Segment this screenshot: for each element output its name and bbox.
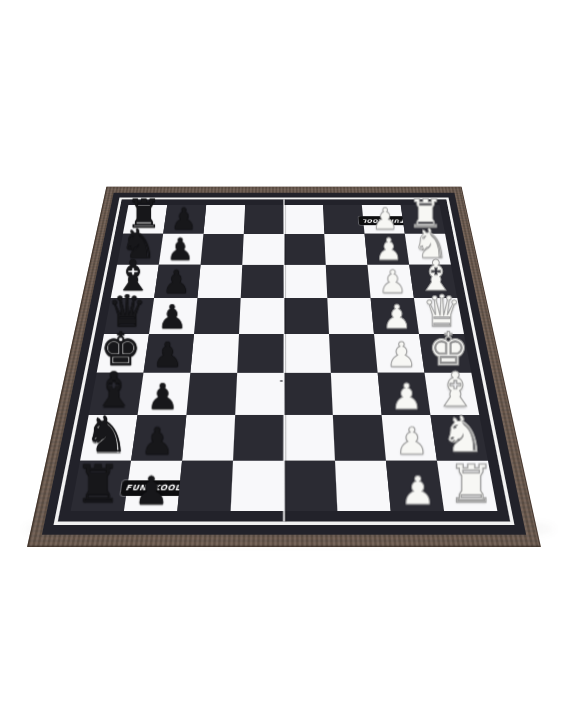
square-r3c4: [241, 265, 284, 298]
square-r2c5: [284, 234, 326, 265]
square-r4c5: [284, 298, 329, 334]
square-r8c3: [177, 461, 233, 511]
square-r8c4: [231, 461, 284, 511]
black-pawn: ♟: [162, 266, 190, 298]
square-r5c6: [329, 334, 378, 373]
brand-label: FUNSKOOL: [358, 216, 408, 225]
square-r8c5: [284, 461, 337, 511]
square-r2c8: ♞: [405, 234, 451, 265]
white-knight: ♞: [440, 410, 485, 460]
brand-label: FUNSKOOL: [120, 480, 186, 496]
square-r7c8: ♞: [430, 415, 487, 461]
square-r7c2: ♟: [131, 415, 186, 461]
square-r6c4: [235, 373, 284, 415]
square-r6c8: ♝: [424, 373, 479, 415]
square-r5c7: ♟: [374, 334, 424, 373]
black-knight: ♞: [83, 410, 128, 460]
square-r1c7: FUNSKOOL♟: [362, 205, 405, 234]
square-r4c3: [194, 298, 241, 334]
square-r2c4: [242, 234, 284, 265]
square-r3c7: ♟: [367, 265, 413, 298]
square-r5c2: ♟: [144, 334, 194, 373]
white-pawn: ♟: [390, 378, 422, 414]
chess-board: ♜♟FUNSKOOL♟♜♞♟♟♞♝♟♟♝♛♟♟♛♚♟♟♚♝♟♟♝♞♟♟♞♜FUN…: [27, 187, 541, 547]
square-r4c2: ♟: [149, 298, 197, 334]
square-r1c1: ♜: [123, 205, 167, 234]
square-r2c3: [201, 234, 244, 265]
square-r4c4: [239, 298, 284, 334]
black-pawn: ♟: [170, 204, 196, 234]
black-pawn: ♟: [146, 378, 178, 414]
square-r2c1: ♞: [117, 234, 163, 265]
white-bishop: ♝: [433, 366, 476, 414]
white-pawn: ♟: [378, 266, 406, 298]
square-r1c4: [244, 205, 284, 234]
square-r4c6: [327, 298, 374, 334]
white-pawn: ♟: [375, 234, 402, 265]
black-pawn: ♟: [166, 234, 193, 265]
square-r7c7: ♟: [382, 415, 437, 461]
board-margin: ♜♟FUNSKOOL♟♜♞♟♟♞♝♟♟♝♛♟♟♛♚♟♟♚♝♟♟♝♞♟♟♞♜FUN…: [42, 193, 526, 535]
square-r8c6: [335, 461, 391, 511]
square-r6c7: ♟: [378, 373, 431, 415]
square-r2c7: ♟: [365, 234, 410, 265]
square-r6c3: [186, 373, 237, 415]
square-r6c6: [331, 373, 382, 415]
square-r5c3: [190, 334, 239, 373]
square-r5c8: ♚: [419, 334, 471, 373]
square-r2c2: ♟: [159, 234, 204, 265]
product-photo: { "game": "chess", "brand": "FUNSKOOL", …: [0, 0, 583, 720]
square-r3c1: ♝: [111, 265, 159, 298]
square-r7c3: [182, 415, 235, 461]
square-r3c2: ♟: [154, 265, 200, 298]
square-r1c8: ♜: [401, 205, 445, 234]
square-r6c5: [284, 373, 333, 415]
white-pawn: ♟: [395, 422, 428, 459]
black-pawn: ♟: [140, 422, 173, 459]
square-r8c2: FUNSKOOL♟: [124, 461, 182, 511]
square-r6c1: ♝: [89, 373, 144, 415]
square-r4c1: ♛: [104, 298, 154, 334]
square-r7c5: [284, 415, 335, 461]
square-r4c8: ♛: [414, 298, 464, 334]
square-r8c8: ♜: [437, 461, 497, 511]
square-r1c5: [284, 205, 324, 234]
square-r3c8: ♝: [409, 265, 457, 298]
square-r1c3: [203, 205, 245, 234]
square-r4c7: ♟: [371, 298, 419, 334]
black-rook: ♜: [126, 194, 161, 233]
board-frame-line: ♜♟FUNSKOOL♟♜♞♟♟♞♝♟♟♝♛♟♟♛♚♟♟♚♝♟♟♝♞♟♟♞♜FUN…: [54, 198, 515, 525]
white-pawn: ♟: [382, 300, 412, 333]
white-pawn: ♟: [386, 338, 417, 372]
white-rook: ♜: [447, 458, 494, 510]
black-pawn: ♟: [157, 300, 187, 333]
square-r2c6: [324, 234, 367, 265]
square-r7c6: [333, 415, 386, 461]
black-bishop: ♝: [92, 366, 135, 414]
white-pawn: ♟: [400, 471, 435, 510]
square-r7c1: ♞: [80, 415, 137, 461]
black-pawn: ♟: [152, 338, 183, 372]
square-r8c7: ♟: [386, 461, 444, 511]
square-r1c2: ♟: [163, 205, 206, 234]
square-r6c2: ♟: [138, 373, 191, 415]
square-r5c4: [237, 334, 284, 373]
square-r3c5: [284, 265, 327, 298]
square-r3c3: [197, 265, 242, 298]
white-rook: ♜: [407, 194, 442, 233]
chess-board-scene: ♜♟FUNSKOOL♟♜♞♟♟♞♝♟♟♝♛♟♟♛♚♟♟♚♝♟♟♝♞♟♟♞♜FUN…: [74, 124, 494, 544]
black-pawn: ♟: [133, 471, 168, 510]
square-r5c5: [284, 334, 331, 373]
square-r3c6: [326, 265, 371, 298]
black-rook: ♜: [74, 458, 121, 510]
square-r7c4: [233, 415, 284, 461]
square-r5c1: ♚: [97, 334, 149, 373]
